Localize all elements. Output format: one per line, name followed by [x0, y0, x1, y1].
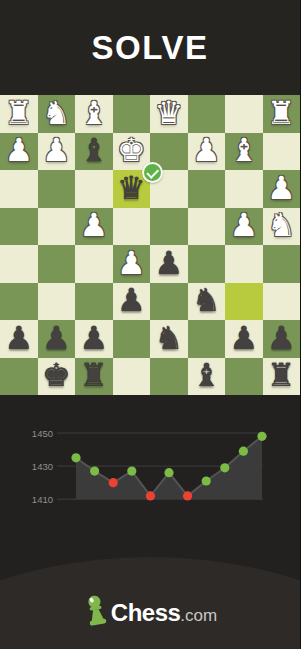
piece-wP: ♟ — [4, 134, 33, 166]
square-r2c8[interactable] — [263, 133, 301, 171]
square-r1c4[interactable] — [113, 95, 151, 133]
square-r2c2[interactable]: ♟ — [38, 133, 76, 171]
rating-chart: 145014301410 — [0, 395, 300, 535]
square-r4c7[interactable]: ♟ — [225, 208, 263, 246]
square-r4c3[interactable]: ♟ — [75, 208, 113, 246]
piece-wR: ♜ — [267, 97, 296, 129]
y-tick-label-1410: 1410 — [32, 494, 53, 505]
piece-bN: ♞ — [192, 284, 221, 316]
page-title: SOLVE — [92, 29, 209, 67]
square-r1c6[interactable] — [188, 95, 226, 133]
piece-wN: ♞ — [42, 97, 71, 129]
square-r5c1[interactable] — [0, 245, 38, 283]
piece-bB: ♝ — [79, 134, 108, 166]
square-r1c3[interactable]: ♝ — [75, 95, 113, 133]
piece-wP: ♟ — [79, 209, 108, 241]
piece-bK: ♚ — [42, 359, 71, 391]
rating-dot-9-win — [220, 463, 229, 472]
square-r6c5[interactable] — [150, 283, 188, 321]
rating-dot-5-loss — [146, 491, 155, 500]
piece-wP: ♟ — [117, 247, 146, 279]
square-r1c1[interactable]: ♜ — [0, 95, 38, 133]
rating-dot-11-win — [257, 432, 266, 441]
square-r2c3[interactable]: ♝ — [75, 133, 113, 171]
square-r8c5[interactable] — [150, 358, 188, 396]
rating-dot-4-win — [127, 467, 136, 476]
square-r3c3[interactable] — [75, 170, 113, 208]
square-r6c3[interactable] — [75, 283, 113, 321]
square-r1c2[interactable]: ♞ — [38, 95, 76, 133]
square-r3c6[interactable] — [188, 170, 226, 208]
rating-dot-8-win — [202, 476, 211, 485]
piece-wB: ♝ — [79, 97, 108, 129]
square-r8c8[interactable]: ♜ — [263, 358, 301, 396]
chess-app-screen: SOLVE ♜♞♝♛♜♟♟♝♚♟♝♛♟♟♟♞♟♟♟♞♟♟♟♞♟♟♚♜♝♜ 145… — [0, 0, 300, 649]
piece-bR: ♜ — [79, 359, 108, 391]
rating-area-fill — [76, 436, 262, 499]
square-r4c6[interactable] — [188, 208, 226, 246]
rating-dot-2-win — [90, 467, 99, 476]
square-r8c6[interactable]: ♝ — [188, 358, 226, 396]
rating-dot-10-win — [239, 447, 248, 456]
brand-text: Chess — [111, 599, 181, 627]
square-r8c2[interactable]: ♚ — [38, 358, 76, 396]
piece-bP: ♟ — [4, 322, 33, 354]
square-r8c7[interactable] — [225, 358, 263, 396]
piece-wB: ♝ — [229, 134, 258, 166]
piece-bP: ♟ — [267, 322, 296, 354]
piece-wP: ♟ — [267, 172, 296, 204]
rating-dot-1-win — [71, 453, 80, 462]
piece-wR: ♜ — [4, 97, 33, 129]
square-r4c2[interactable] — [38, 208, 76, 246]
piece-wP: ♟ — [42, 134, 71, 166]
piece-bP: ♟ — [154, 247, 183, 279]
piece-bR: ♜ — [267, 359, 296, 391]
y-tick-label-1450: 1450 — [32, 428, 53, 439]
chesscom-logo[interactable]: Chess .com — [0, 589, 300, 627]
square-r6c4[interactable]: ♟ — [113, 283, 151, 321]
piece-bP: ♟ — [42, 322, 71, 354]
square-r6c1[interactable] — [0, 283, 38, 321]
square-r3c8[interactable]: ♟ — [263, 170, 301, 208]
square-r7c8[interactable]: ♟ — [263, 320, 301, 358]
header: SOLVE — [0, 0, 300, 95]
rating-dot-7-loss — [183, 491, 192, 500]
square-r4c1[interactable] — [0, 208, 38, 246]
square-r7c2[interactable]: ♟ — [38, 320, 76, 358]
square-r7c5[interactable]: ♞ — [150, 320, 188, 358]
square-r5c8[interactable] — [263, 245, 301, 283]
square-r7c1[interactable]: ♟ — [0, 320, 38, 358]
square-r7c6[interactable] — [188, 320, 226, 358]
square-r4c8[interactable]: ♞ — [263, 208, 301, 246]
square-r4c4[interactable] — [113, 208, 151, 246]
square-r8c4[interactable] — [113, 358, 151, 396]
brand-suffix-text: .com — [180, 606, 217, 626]
rating-dot-6-win — [164, 468, 173, 477]
square-r3c1[interactable] — [0, 170, 38, 208]
correct-move-checkmark-icon — [142, 162, 163, 183]
square-r5c2[interactable] — [38, 245, 76, 283]
square-r5c3[interactable] — [75, 245, 113, 283]
square-r8c1[interactable] — [0, 358, 38, 396]
piece-bP: ♟ — [79, 322, 108, 354]
square-r2c7[interactable]: ♝ — [225, 133, 263, 171]
square-r3c2[interactable] — [38, 170, 76, 208]
square-r5c7[interactable] — [225, 245, 263, 283]
square-r1c8[interactable]: ♜ — [263, 95, 301, 133]
piece-wN: ♞ — [267, 209, 296, 241]
square-r5c5[interactable]: ♟ — [150, 245, 188, 283]
pawn-logo-icon — [81, 592, 110, 628]
square-r5c6[interactable] — [188, 245, 226, 283]
square-r6c8[interactable] — [263, 283, 301, 321]
piece-wP: ♟ — [192, 134, 221, 166]
piece-bP: ♟ — [117, 284, 146, 316]
square-r6c7[interactable] — [225, 283, 263, 321]
square-r4c5[interactable] — [150, 208, 188, 246]
piece-bN: ♞ — [154, 322, 183, 354]
piece-bQ: ♛ — [117, 172, 146, 204]
chess-board: ♜♞♝♛♜♟♟♝♚♟♝♛♟♟♟♞♟♟♟♞♟♟♟♞♟♟♚♜♝♜ — [0, 95, 300, 395]
square-r2c1[interactable]: ♟ — [0, 133, 38, 171]
square-r2c6[interactable]: ♟ — [188, 133, 226, 171]
piece-wP: ♟ — [229, 209, 258, 241]
square-r7c3[interactable]: ♟ — [75, 320, 113, 358]
square-r6c6[interactable]: ♞ — [188, 283, 226, 321]
square-r3c7[interactable] — [225, 170, 263, 208]
rating-chart-section: 145014301410 — [0, 395, 300, 535]
square-r7c4[interactable] — [113, 320, 151, 358]
footer: Chess .com — [0, 535, 300, 649]
square-r1c7[interactable] — [225, 95, 263, 133]
piece-wK: ♚ — [117, 134, 146, 166]
piece-bP: ♟ — [229, 322, 258, 354]
square-r5c4[interactable]: ♟ — [113, 245, 151, 283]
piece-wQ: ♛ — [154, 97, 183, 129]
y-tick-label-1430: 1430 — [32, 461, 53, 472]
square-r7c7[interactable]: ♟ — [225, 320, 263, 358]
square-r6c2[interactable] — [38, 283, 76, 321]
square-r1c5[interactable]: ♛ — [150, 95, 188, 133]
rating-dot-3-loss — [109, 478, 118, 487]
piece-bB: ♝ — [192, 359, 221, 391]
square-r8c3[interactable]: ♜ — [75, 358, 113, 396]
